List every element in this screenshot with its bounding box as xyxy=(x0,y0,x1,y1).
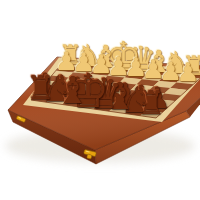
chess-set-scene: ♜♞♝♛♚♝♞♜♟♟♟♟♟♟♟♟♟♟♟♟♟♟♟♟♜♞♝♛♚♝♞♜ xyxy=(0,0,200,200)
chess-board-case xyxy=(0,0,200,200)
product-photo-canvas: ♜♞♝♛♚♝♞♜♟♟♟♟♟♟♟♟♟♟♟♟♟♟♟♟♜♞♝♛♚♝♞♜ xyxy=(0,0,200,200)
